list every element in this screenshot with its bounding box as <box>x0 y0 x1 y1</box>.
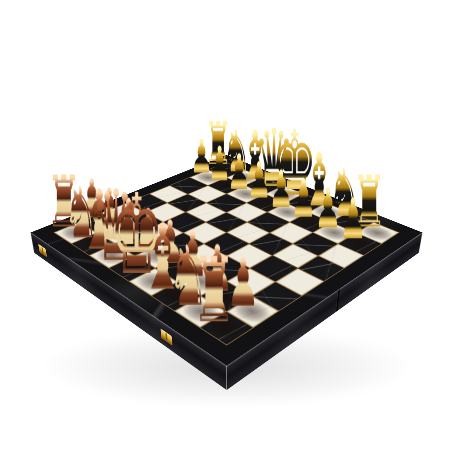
fold-seam-edge <box>336 288 340 311</box>
copper-rook-glyph: ♜ <box>143 245 284 334</box>
gold-pawn-glyph: ♟ <box>296 191 411 247</box>
product-photo-scene: ♜♞♝♛♚♝♞♜♟♟♟♟♟♟♟♟♟♟♟♟♟♟♟♟♜♞♝♛♚♝♞♜ <box>0 0 460 460</box>
